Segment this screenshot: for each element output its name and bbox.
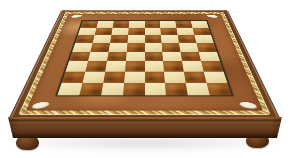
square-c5[interactable] <box>108 43 127 52</box>
square-g7[interactable] <box>177 28 195 35</box>
square-e4[interactable] <box>145 52 164 61</box>
square-c3[interactable] <box>105 61 126 71</box>
square-b6[interactable] <box>92 35 111 43</box>
square-f8[interactable] <box>160 21 177 28</box>
square-c8[interactable] <box>112 21 129 28</box>
square-g5[interactable] <box>179 43 199 52</box>
chess-board <box>57 21 231 96</box>
square-c4[interactable] <box>107 52 127 61</box>
walnut-frame-front-face <box>8 117 282 138</box>
square-d7[interactable] <box>128 28 145 35</box>
board-shadow <box>14 138 276 152</box>
square-g6[interactable] <box>178 35 197 43</box>
square-d2[interactable] <box>124 71 145 82</box>
square-f2[interactable] <box>164 71 186 82</box>
square-f3[interactable] <box>163 61 184 71</box>
square-h2[interactable] <box>204 71 228 82</box>
square-c7[interactable] <box>111 28 128 35</box>
square-h6[interactable] <box>194 35 213 43</box>
square-d6[interactable] <box>127 35 144 43</box>
square-d8[interactable] <box>128 21 144 28</box>
square-g8[interactable] <box>175 21 192 28</box>
square-c1[interactable] <box>101 83 124 96</box>
square-d1[interactable] <box>123 83 145 96</box>
square-h4[interactable] <box>199 52 220 61</box>
square-e6[interactable] <box>145 35 162 43</box>
square-e2[interactable] <box>145 71 166 82</box>
square-g4[interactable] <box>181 52 201 61</box>
product-photo-scene <box>0 0 290 158</box>
square-b1[interactable] <box>79 83 103 96</box>
board-top-surface <box>8 10 281 120</box>
corner-medallion-bottom-left <box>31 101 50 110</box>
square-c2[interactable] <box>103 71 125 82</box>
square-d3[interactable] <box>125 61 145 71</box>
square-h1[interactable] <box>207 83 232 96</box>
square-c6[interactable] <box>110 35 128 43</box>
corner-medallion-top-right <box>206 14 219 18</box>
square-h5[interactable] <box>197 43 217 52</box>
square-h7[interactable] <box>193 28 212 35</box>
square-b2[interactable] <box>82 71 105 82</box>
square-e3[interactable] <box>145 61 165 71</box>
square-d5[interactable] <box>126 43 144 52</box>
square-f4[interactable] <box>163 52 183 61</box>
square-b5[interactable] <box>90 43 110 52</box>
square-b8[interactable] <box>96 21 113 28</box>
corner-medallion-top-left <box>70 14 83 18</box>
square-f1[interactable] <box>165 83 188 96</box>
square-b3[interactable] <box>85 61 107 71</box>
square-e7[interactable] <box>145 28 162 35</box>
square-h8[interactable] <box>191 21 209 28</box>
square-b7[interactable] <box>95 28 113 35</box>
square-d4[interactable] <box>126 52 145 61</box>
corner-medallion-bottom-right <box>238 101 257 110</box>
square-f5[interactable] <box>162 43 181 52</box>
square-e5[interactable] <box>145 43 163 52</box>
square-b4[interactable] <box>88 52 108 61</box>
square-f6[interactable] <box>161 35 179 43</box>
square-e8[interactable] <box>145 21 161 28</box>
square-e1[interactable] <box>145 83 167 96</box>
square-h3[interactable] <box>201 61 223 71</box>
square-f7[interactable] <box>161 28 178 35</box>
